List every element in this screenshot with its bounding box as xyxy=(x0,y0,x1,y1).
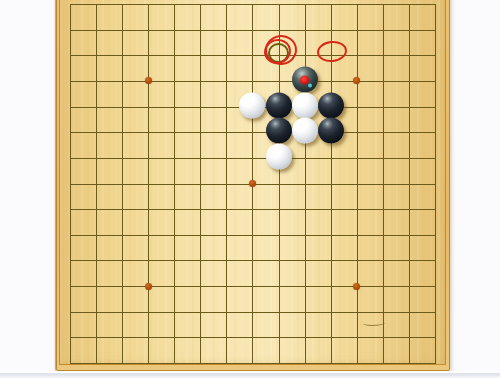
black-stone xyxy=(318,118,344,144)
video-frame xyxy=(0,0,500,378)
go-board xyxy=(56,0,450,371)
white-stone xyxy=(292,118,318,144)
board-play-area[interactable] xyxy=(60,0,445,364)
stone-reflection-speck xyxy=(308,83,312,87)
bottom-ui-strip xyxy=(0,371,500,378)
white-stone xyxy=(239,92,265,118)
grid-lines xyxy=(70,4,436,364)
last-move-marker xyxy=(300,75,309,84)
black-stone xyxy=(266,118,292,144)
marked-black-stone xyxy=(292,67,318,93)
white-stone xyxy=(292,92,318,118)
black-stone xyxy=(266,92,292,118)
black-stone xyxy=(318,92,344,118)
stones-grid xyxy=(57,0,448,376)
white-stone xyxy=(266,144,292,170)
